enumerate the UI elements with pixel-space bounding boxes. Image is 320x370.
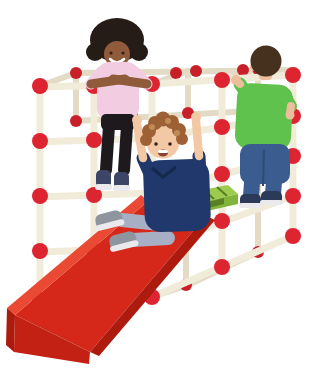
toddler-eye	[154, 142, 158, 146]
girl-hair-side	[86, 43, 104, 61]
toddler-eye	[168, 142, 172, 146]
slide-end-cap	[6, 308, 15, 352]
frame-joint	[214, 213, 230, 229]
frame-joint	[214, 72, 230, 88]
frame-joint	[190, 65, 202, 77]
boy-leg	[273, 170, 275, 194]
girl-hair-side	[130, 43, 148, 61]
frame-joint	[86, 132, 102, 148]
frame-joint	[285, 228, 301, 244]
girl-leg	[106, 126, 109, 170]
boy-shoe-sole	[260, 200, 283, 205]
frame-joint	[32, 133, 48, 149]
boy-hand	[286, 111, 295, 120]
toddler-hand	[191, 112, 201, 122]
boy-shoe-sole	[239, 203, 262, 208]
girl-shoe-sole	[95, 184, 112, 190]
girl-eye	[121, 51, 124, 54]
frame-joint	[237, 64, 249, 76]
frame-joint	[214, 259, 230, 275]
frame-joint	[214, 166, 230, 182]
toddler-arm	[196, 121, 199, 156]
frame-joint	[70, 67, 82, 79]
frame-joint	[70, 115, 82, 127]
boy-leg	[251, 170, 253, 196]
toddler-teeth	[158, 150, 168, 153]
boy-jeans-seam	[263, 150, 264, 186]
frame-joint	[32, 78, 48, 94]
toddler-hand	[132, 115, 142, 125]
frame-joint	[32, 243, 48, 259]
frame-joint	[285, 67, 301, 83]
frame-joint	[32, 188, 48, 204]
girl-forearm	[113, 79, 147, 84]
boy-hair	[251, 46, 282, 77]
frame-joint	[285, 188, 301, 204]
girl-eye	[109, 51, 112, 54]
boy-hand	[231, 75, 241, 85]
girl-shoe-sole	[113, 185, 130, 191]
girl-leg	[124, 126, 127, 170]
frame-joint	[170, 67, 182, 79]
frame-joint	[214, 119, 230, 135]
product-photo	[0, 0, 320, 370]
